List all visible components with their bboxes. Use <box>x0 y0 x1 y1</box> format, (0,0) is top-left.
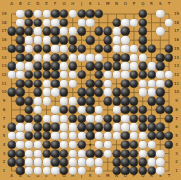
left-row-label-2: 2 <box>3 160 6 164</box>
top-column-label-H: H <box>71 2 74 6</box>
right-row-label-13: 13 <box>174 64 179 68</box>
top-column-label-B: B <box>19 2 22 6</box>
top-column-label-L: L <box>98 2 100 6</box>
left-row-label-15: 15 <box>1 47 6 51</box>
left-row-label-8: 8 <box>3 108 6 112</box>
left-row-label-13: 13 <box>1 64 6 68</box>
top-column-label-A: A <box>10 2 13 6</box>
top-column-label-S: S <box>159 2 162 6</box>
right-row-label-6: 6 <box>175 125 178 129</box>
right-row-label-19: 19 <box>174 12 179 16</box>
right-row-label-8: 8 <box>175 108 178 112</box>
right-row-label-7: 7 <box>175 117 178 121</box>
right-row-label-9: 9 <box>175 99 178 103</box>
right-row-label-5: 5 <box>175 134 178 138</box>
top-column-label-O: O <box>124 2 127 6</box>
left-row-label-4: 4 <box>3 143 6 147</box>
top-column-label-J: J <box>81 2 82 6</box>
right-row-label-11: 11 <box>174 82 179 86</box>
left-row-label-11: 11 <box>1 82 6 86</box>
top-column-label-G: G <box>62 2 65 6</box>
bottom-column-label-M: M <box>106 174 109 178</box>
bottom-column-label-K: K <box>89 174 92 178</box>
top-column-label-R: R <box>150 2 153 6</box>
right-row-label-12: 12 <box>174 73 179 77</box>
left-row-label-12: 12 <box>1 73 6 77</box>
go-board[interactable]: AABBCCDDEEFFGGHHJJKKLLMMNNOOPPQQRRSSTT19… <box>0 0 181 180</box>
left-row-label-16: 16 <box>1 38 6 42</box>
right-row-label-3: 3 <box>175 152 178 156</box>
top-column-label-D: D <box>36 2 39 6</box>
top-column-label-N: N <box>115 2 118 6</box>
left-row-label-1: 1 <box>3 169 6 173</box>
left-row-label-9: 9 <box>3 99 6 103</box>
right-row-label-18: 18 <box>174 21 179 25</box>
top-column-label-M: M <box>106 2 109 6</box>
left-row-label-10: 10 <box>1 90 6 94</box>
left-row-label-5: 5 <box>3 134 6 138</box>
left-row-label-3: 3 <box>3 152 6 156</box>
top-column-label-T: T <box>168 2 170 6</box>
top-column-label-F: F <box>54 2 56 6</box>
right-row-label-16: 16 <box>174 38 179 42</box>
bottom-column-label-T: T <box>168 174 170 178</box>
left-row-label-17: 17 <box>1 29 6 33</box>
left-row-label-6: 6 <box>3 125 6 129</box>
right-row-label-10: 10 <box>174 90 179 94</box>
top-column-label-E: E <box>45 2 48 6</box>
top-column-label-C: C <box>28 2 31 6</box>
right-row-label-2: 2 <box>175 160 178 164</box>
right-row-label-1: 1 <box>175 169 178 173</box>
left-row-label-18: 18 <box>1 21 6 25</box>
bottom-column-label-A: A <box>10 174 13 178</box>
right-row-label-14: 14 <box>174 56 179 60</box>
right-row-label-17: 17 <box>174 29 179 33</box>
top-column-label-K: K <box>89 2 92 6</box>
left-row-label-14: 14 <box>1 56 6 60</box>
right-row-label-15: 15 <box>174 47 179 51</box>
left-row-label-7: 7 <box>3 117 6 121</box>
top-column-label-P: P <box>133 2 135 6</box>
top-column-label-Q: Q <box>141 2 144 6</box>
right-row-label-4: 4 <box>175 143 178 147</box>
left-row-label-19: 19 <box>1 12 6 16</box>
